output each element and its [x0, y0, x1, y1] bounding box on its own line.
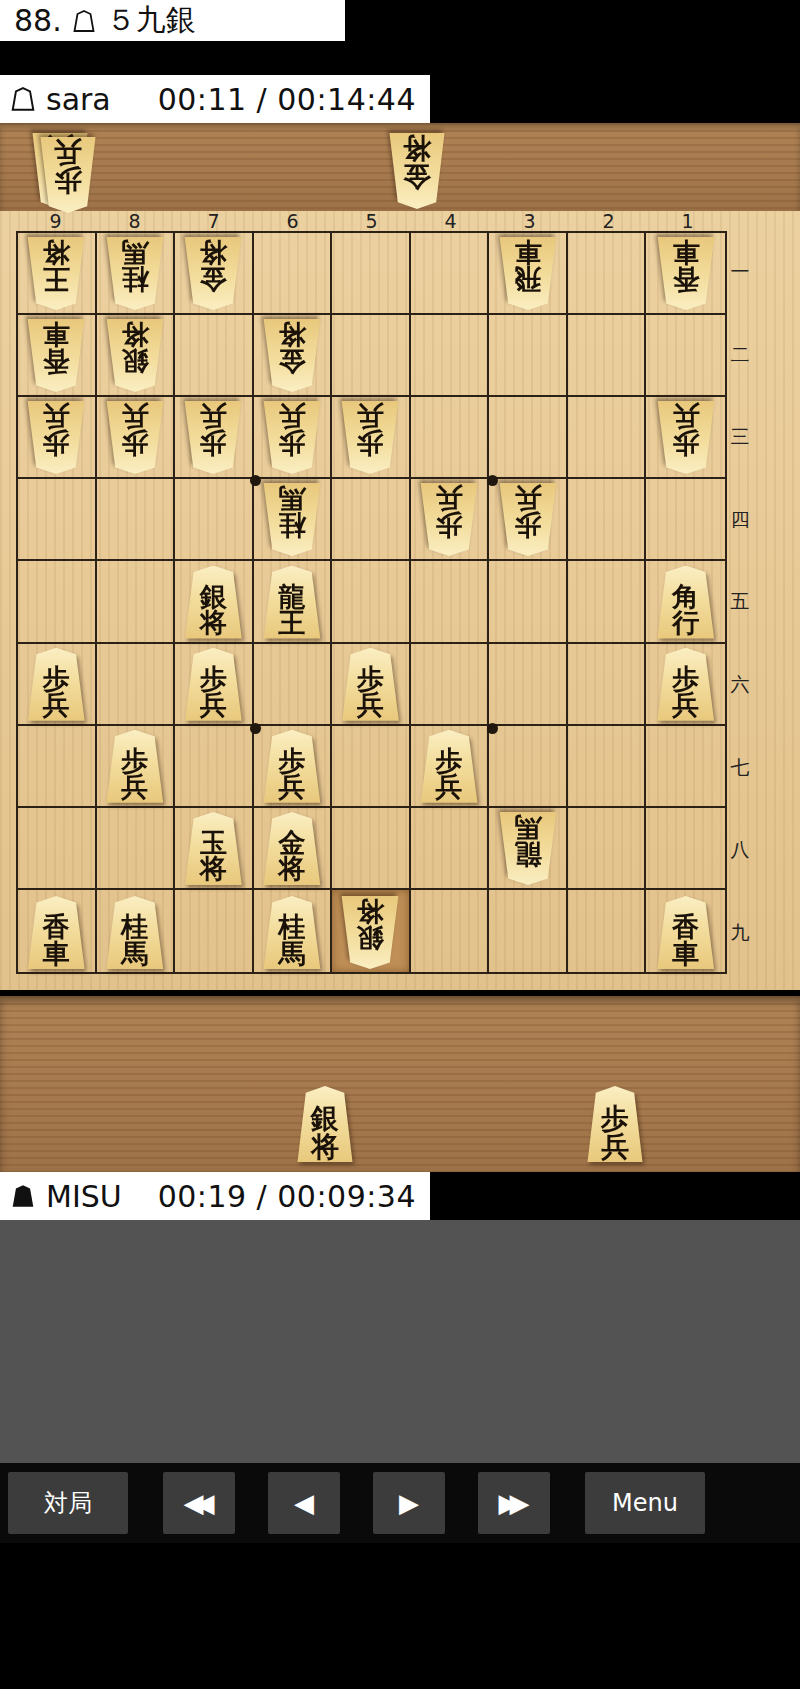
square-2-1[interactable] — [568, 233, 647, 315]
square-5-1[interactable] — [332, 233, 411, 315]
square-1-5[interactable]: 角行 — [646, 561, 725, 643]
square-1-9[interactable]: 香車 — [646, 890, 725, 972]
square-7-3[interactable]: 歩兵 — [175, 397, 254, 479]
square-4-6[interactable] — [411, 644, 490, 726]
square-1-6[interactable]: 歩兵 — [646, 644, 725, 726]
sente-piece-歩兵[interactable]: 歩兵 — [102, 730, 168, 803]
file-label-2: 2 — [569, 211, 648, 231]
sente-piece-歩兵[interactable]: 歩兵 — [259, 730, 325, 803]
square-2-8[interactable] — [568, 808, 647, 890]
square-4-7[interactable]: 歩兵 — [411, 726, 490, 808]
square-9-2[interactable]: 香車 — [18, 315, 97, 397]
gote-piece-歩兵[interactable]: 歩兵 — [102, 401, 168, 474]
sente-piece-桂馬[interactable]: 桂馬 — [102, 896, 168, 969]
toolbar: 対局◀◀◀▶▶▶Menu — [0, 1463, 800, 1543]
file-label-7: 7 — [174, 211, 253, 231]
move-gote-piece-outline-icon — [72, 9, 96, 33]
square-5-9[interactable]: 銀将 — [332, 890, 411, 972]
square-5-5[interactable] — [332, 561, 411, 643]
square-9-9[interactable]: 香車 — [18, 890, 97, 972]
rank-label-4: 四 — [727, 479, 753, 562]
square-6-8[interactable]: 金将 — [254, 808, 333, 890]
square-9-6[interactable]: 歩兵 — [18, 644, 97, 726]
sente-piece-角行[interactable]: 角行 — [653, 566, 719, 639]
sente-piece-香車[interactable]: 香車 — [653, 896, 719, 969]
square-3-8[interactable]: 龍馬 — [489, 808, 568, 890]
file-label-6: 6 — [253, 211, 332, 231]
square-5-3[interactable]: 歩兵 — [332, 397, 411, 479]
hoshi-dot — [250, 723, 261, 734]
square-6-1[interactable] — [254, 233, 333, 315]
square-6-2[interactable]: 金将 — [254, 315, 333, 397]
square-4-3[interactable] — [411, 397, 490, 479]
sente-piece-龍王[interactable]: 龍王 — [259, 566, 325, 639]
square-6-5[interactable]: 龍王 — [254, 561, 333, 643]
sente-player-name: MISU — [46, 1179, 122, 1214]
file-label-5: 5 — [332, 211, 411, 231]
sente-piece-filled-icon — [10, 1183, 36, 1209]
square-1-4[interactable] — [646, 479, 725, 561]
square-8-4[interactable] — [97, 479, 176, 561]
sente-piece-歩兵[interactable]: 歩兵 — [23, 648, 89, 721]
square-6-3[interactable]: 歩兵 — [254, 397, 333, 479]
square-6-9[interactable]: 桂馬 — [254, 890, 333, 972]
square-3-9[interactable] — [489, 890, 568, 972]
sente-piece-歩兵[interactable]: 歩兵 — [180, 648, 246, 721]
sente-piece-歩兵[interactable]: 歩兵 — [416, 730, 482, 803]
square-3-6[interactable] — [489, 644, 568, 726]
square-7-2[interactable] — [175, 315, 254, 397]
menu-button[interactable]: Menu — [585, 1472, 705, 1534]
board-grid[interactable]: 王将桂馬金将飛車香車香車銀将金将歩兵歩兵歩兵歩兵歩兵歩兵桂馬歩兵歩兵銀将龍王角行… — [16, 231, 727, 974]
file-labels: 987654321 — [16, 211, 727, 231]
hoshi-dot — [487, 475, 498, 486]
gote-piece-香車[interactable]: 香車 — [23, 319, 89, 392]
square-1-7[interactable] — [646, 726, 725, 808]
file-label-4: 4 — [411, 211, 490, 231]
square-3-4[interactable]: 歩兵 — [489, 479, 568, 561]
file-label-8: 8 — [95, 211, 174, 231]
square-6-4[interactable]: 桂馬 — [254, 479, 333, 561]
gote-piece-金将[interactable]: 金将 — [259, 319, 325, 392]
square-5-4[interactable] — [332, 479, 411, 561]
file-label-9: 9 — [16, 211, 95, 231]
button-label: 対局 — [44, 1487, 92, 1519]
rank-label-5: 五 — [727, 561, 753, 644]
square-8-8[interactable] — [97, 808, 176, 890]
empty-panel — [0, 1220, 800, 1463]
square-5-7[interactable] — [332, 726, 411, 808]
sente-piece-金将[interactable]: 金将 — [259, 812, 325, 885]
file-label-1: 1 — [648, 211, 727, 231]
sente-piece-桂馬[interactable]: 桂馬 — [259, 896, 325, 969]
square-7-5[interactable]: 銀将 — [175, 561, 254, 643]
square-9-7[interactable] — [18, 726, 97, 808]
square-2-6[interactable] — [568, 644, 647, 726]
sente-piece-銀将[interactable]: 銀将 — [180, 566, 246, 639]
gote-clock: 00:11 / 00:14:44 — [158, 82, 416, 117]
square-7-6[interactable]: 歩兵 — [175, 644, 254, 726]
rank-label-2: 二 — [727, 314, 753, 397]
square-5-2[interactable] — [332, 315, 411, 397]
square-9-4[interactable] — [18, 479, 97, 561]
square-9-1[interactable]: 王将 — [18, 233, 97, 315]
game-button[interactable]: 対局 — [8, 1472, 128, 1534]
step-back-button[interactable]: ◀ — [268, 1472, 340, 1534]
gote-hand-tray: 歩兵歩兵金将 — [0, 123, 800, 211]
square-1-2[interactable] — [646, 315, 725, 397]
square-3-5[interactable] — [489, 561, 568, 643]
sente-piece-玉将[interactable]: 玉将 — [180, 812, 246, 885]
square-8-7[interactable]: 歩兵 — [97, 726, 176, 808]
gote-piece-銀将[interactable]: 銀将 — [102, 319, 168, 392]
square-2-2[interactable] — [568, 315, 647, 397]
app-screen: sara 00:11 / 00:14:44 歩兵歩兵金将 987654321 一… — [0, 0, 800, 1689]
arrow-icon: ▶ — [399, 1488, 419, 1518]
gote-piece-金将[interactable]: 金将 — [385, 133, 449, 209]
sente-piece-歩兵[interactable]: 歩兵 — [653, 648, 719, 721]
move-number: 88. — [14, 3, 62, 38]
arrow-icon: ◀ — [294, 1488, 314, 1518]
rank-label-6: 六 — [727, 644, 753, 727]
gote-piece-歩兵[interactable]: 歩兵 — [36, 137, 100, 213]
square-2-7[interactable] — [568, 726, 647, 808]
rewind-to-start-button[interactable]: ◀◀ — [163, 1472, 235, 1534]
button-label: Menu — [612, 1489, 678, 1517]
gote-player-name: sara — [46, 82, 111, 117]
rank-label-1: 一 — [727, 231, 753, 314]
square-3-3[interactable] — [489, 397, 568, 479]
square-1-3[interactable]: 歩兵 — [646, 397, 725, 479]
square-8-2[interactable]: 銀将 — [97, 315, 176, 397]
square-7-4[interactable] — [175, 479, 254, 561]
gote-piece-outline-icon — [10, 86, 36, 112]
square-4-9[interactable] — [411, 890, 490, 972]
square-7-9[interactable] — [175, 890, 254, 972]
sente-piece-歩兵[interactable]: 歩兵 — [583, 1086, 647, 1162]
fast-forward-button[interactable]: ▶▶ — [478, 1472, 550, 1534]
square-8-1[interactable]: 桂馬 — [97, 233, 176, 315]
gote-piece-龍馬[interactable]: 龍馬 — [495, 812, 561, 885]
sente-piece-香車[interactable]: 香車 — [23, 896, 89, 969]
square-7-8[interactable]: 玉将 — [175, 808, 254, 890]
hoshi-dot — [250, 475, 261, 486]
gote-piece-金将[interactable]: 金将 — [180, 237, 246, 310]
square-6-7[interactable]: 歩兵 — [254, 726, 333, 808]
arrow-icon: ◀◀ — [184, 1488, 206, 1518]
square-8-9[interactable]: 桂馬 — [97, 890, 176, 972]
file-label-3: 3 — [490, 211, 569, 231]
square-3-1[interactable]: 飛車 — [489, 233, 568, 315]
square-2-4[interactable] — [568, 479, 647, 561]
rank-label-3: 三 — [727, 396, 753, 479]
square-3-7[interactable] — [489, 726, 568, 808]
sente-hand-tray: 銀将歩兵 — [0, 996, 800, 1172]
arrow-icon: ▶▶ — [499, 1488, 521, 1518]
gote-piece-歩兵[interactable]: 歩兵 — [259, 401, 325, 474]
square-4-5[interactable] — [411, 561, 490, 643]
gote-piece-歩兵[interactable]: 歩兵 — [180, 401, 246, 474]
square-8-6[interactable] — [97, 644, 176, 726]
gote-piece-飛車[interactable]: 飛車 — [495, 237, 561, 310]
square-4-2[interactable] — [411, 315, 490, 397]
sente-clock: 00:19 / 00:09:34 — [158, 1179, 416, 1214]
square-8-5[interactable] — [97, 561, 176, 643]
gote-piece-歩兵[interactable]: 歩兵 — [653, 401, 719, 474]
gote-player-bar: sara 00:11 / 00:14:44 — [0, 75, 430, 123]
gote-piece-香車[interactable]: 香車 — [653, 237, 719, 310]
square-7-1[interactable]: 金将 — [175, 233, 254, 315]
square-6-6[interactable] — [254, 644, 333, 726]
gote-piece-桂馬[interactable]: 桂馬 — [102, 237, 168, 310]
square-5-6[interactable]: 歩兵 — [332, 644, 411, 726]
square-2-5[interactable] — [568, 561, 647, 643]
gote-piece-銀将[interactable]: 銀将 — [337, 896, 403, 969]
square-2-3[interactable] — [568, 397, 647, 479]
square-3-2[interactable] — [489, 315, 568, 397]
square-5-8[interactable] — [332, 808, 411, 890]
rank-label-8: 八 — [727, 809, 753, 892]
gote-piece-桂馬[interactable]: 桂馬 — [259, 483, 325, 556]
sente-piece-歩兵[interactable]: 歩兵 — [337, 648, 403, 721]
gote-piece-歩兵[interactable]: 歩兵 — [416, 483, 482, 556]
move-text: ５九銀 — [106, 0, 196, 41]
square-4-8[interactable] — [411, 808, 490, 890]
square-7-7[interactable] — [175, 726, 254, 808]
square-4-1[interactable] — [411, 233, 490, 315]
step-forward-button[interactable]: ▶ — [373, 1472, 445, 1534]
square-4-4[interactable]: 歩兵 — [411, 479, 490, 561]
move-indicator-bar: 88. ５九銀 — [0, 0, 345, 41]
sente-piece-銀将[interactable]: 銀将 — [293, 1086, 357, 1162]
sente-player-bar: MISU 00:19 / 00:09:34 — [0, 1172, 430, 1220]
square-9-3[interactable]: 歩兵 — [18, 397, 97, 479]
square-1-1[interactable]: 香車 — [646, 233, 725, 315]
gote-piece-王将[interactable]: 王将 — [23, 237, 89, 310]
board-panel: 987654321 一二三四五六七八九 王将桂馬金将飛車香車香車銀将金将歩兵歩兵… — [0, 211, 800, 990]
gote-piece-歩兵[interactable]: 歩兵 — [337, 401, 403, 474]
hoshi-dot — [487, 723, 498, 734]
square-1-8[interactable] — [646, 808, 725, 890]
rank-label-9: 九 — [727, 891, 753, 974]
square-9-8[interactable] — [18, 808, 97, 890]
rank-labels: 一二三四五六七八九 — [727, 231, 753, 974]
square-9-5[interactable] — [18, 561, 97, 643]
square-8-3[interactable]: 歩兵 — [97, 397, 176, 479]
gote-piece-歩兵[interactable]: 歩兵 — [23, 401, 89, 474]
square-2-9[interactable] — [568, 890, 647, 972]
gote-piece-歩兵[interactable]: 歩兵 — [495, 483, 561, 556]
rank-label-7: 七 — [727, 726, 753, 809]
